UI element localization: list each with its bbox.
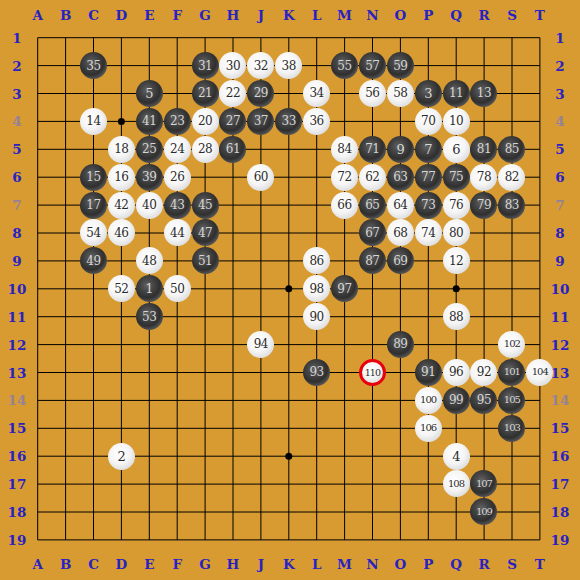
- stone-F10-white-50: 50: [164, 275, 191, 302]
- stone-S5-black-85: 85: [498, 136, 525, 163]
- row-label-right-7: 7: [555, 197, 564, 213]
- move-number: 80: [449, 227, 463, 239]
- stone-S6-white-82: 82: [498, 164, 525, 191]
- move-number: 32: [254, 60, 268, 72]
- move-number: 69: [393, 255, 407, 267]
- stone-D8-white-46: 46: [108, 219, 135, 246]
- move-number: 78: [477, 171, 491, 183]
- stone-N6-white-62: 62: [359, 164, 386, 191]
- column-label-top-P: P: [423, 7, 433, 23]
- row-label-left-1: 1: [12, 30, 21, 46]
- row-label-left-6: 6: [12, 169, 21, 185]
- stone-S13-black-101: 101: [498, 359, 525, 386]
- stone-J3-black-29: 29: [247, 80, 274, 107]
- move-number: 41: [142, 115, 156, 127]
- column-label-bottom-T: T: [535, 556, 545, 572]
- move-number: 61: [226, 143, 240, 155]
- move-number: 59: [393, 60, 407, 72]
- move-number: 47: [198, 227, 212, 239]
- stone-G8-black-47: 47: [192, 219, 219, 246]
- move-number: 66: [337, 199, 351, 211]
- stone-P13-black-91: 91: [415, 359, 442, 386]
- move-number: 90: [309, 311, 323, 323]
- move-number: 5: [145, 87, 153, 100]
- stone-R6-white-78: 78: [470, 164, 497, 191]
- move-number: 29: [254, 87, 268, 99]
- stone-C6-black-15: 15: [80, 164, 107, 191]
- stone-Q14-black-99: 99: [443, 387, 470, 414]
- column-label-bottom-R: R: [478, 556, 489, 572]
- stone-L4-white-36: 36: [303, 108, 330, 135]
- move-number: 4: [452, 450, 460, 463]
- move-number: 76: [449, 199, 463, 211]
- row-label-right-9: 9: [555, 253, 564, 269]
- move-number: 91: [421, 366, 435, 378]
- stone-E9-white-48: 48: [136, 247, 163, 274]
- stone-S7-black-83: 83: [498, 192, 525, 219]
- column-label-top-F: F: [172, 7, 182, 23]
- stone-G4-white-20: 20: [192, 108, 219, 135]
- row-label-right-5: 5: [555, 141, 564, 157]
- stone-E4-black-41: 41: [136, 108, 163, 135]
- move-number: 81: [477, 143, 491, 155]
- move-number: 101: [504, 367, 520, 377]
- move-number: 103: [504, 423, 520, 433]
- move-number: 3: [424, 87, 432, 100]
- stone-O12-black-89: 89: [387, 331, 414, 358]
- stone-Q13-white-96: 96: [443, 359, 470, 386]
- stone-H5-black-61: 61: [219, 136, 246, 163]
- move-number: 56: [365, 87, 379, 99]
- move-number: 107: [476, 479, 492, 489]
- move-number: 99: [449, 394, 463, 406]
- move-number: 12: [449, 255, 463, 267]
- row-label-left-4: 4: [12, 113, 21, 129]
- move-number: 48: [142, 255, 156, 267]
- column-label-bottom-C: C: [88, 556, 99, 572]
- move-number: 30: [226, 60, 240, 72]
- move-number: 58: [393, 87, 407, 99]
- stone-J12-white-94: 94: [247, 331, 274, 358]
- move-number: 86: [309, 255, 323, 267]
- move-number: 82: [505, 171, 519, 183]
- column-label-bottom-E: E: [144, 556, 154, 572]
- stone-T13-white-104: 104: [526, 359, 553, 386]
- stone-M2-black-55: 55: [331, 52, 358, 79]
- stone-D5-white-18: 18: [108, 136, 135, 163]
- stone-Q5-white-6: 6: [443, 136, 470, 163]
- move-number: 63: [393, 171, 407, 183]
- stone-Q8-white-80: 80: [443, 219, 470, 246]
- column-label-bottom-O: O: [395, 556, 407, 572]
- stone-F4-black-23: 23: [164, 108, 191, 135]
- stone-P15-white-106: 106: [415, 415, 442, 442]
- move-number: 49: [86, 255, 100, 267]
- move-number: 40: [142, 199, 156, 211]
- stone-N2-black-57: 57: [359, 52, 386, 79]
- move-number: 74: [421, 227, 435, 239]
- move-number: 95: [477, 394, 491, 406]
- stone-J4-black-37: 37: [247, 108, 274, 135]
- move-number: 34: [309, 87, 323, 99]
- column-label-top-E: E: [144, 7, 154, 23]
- column-label-top-G: G: [199, 7, 211, 23]
- stone-N7-black-65: 65: [359, 192, 386, 219]
- move-number: 108: [448, 479, 464, 489]
- move-number: 68: [393, 227, 407, 239]
- move-number: 39: [142, 171, 156, 183]
- move-number: 87: [365, 255, 379, 267]
- move-number: 43: [170, 199, 184, 211]
- move-number: 28: [198, 143, 212, 155]
- move-number: 92: [477, 366, 491, 378]
- stone-N9-black-87: 87: [359, 247, 386, 274]
- move-number: 54: [86, 227, 100, 239]
- row-label-right-2: 2: [555, 58, 564, 74]
- column-label-top-O: O: [395, 7, 407, 23]
- stone-K2-white-38: 38: [275, 52, 302, 79]
- stone-R7-black-79: 79: [470, 192, 497, 219]
- stone-Q4-white-10: 10: [443, 108, 470, 135]
- move-number: 36: [309, 115, 323, 127]
- stone-L9-white-86: 86: [303, 247, 330, 274]
- move-number: 98: [309, 283, 323, 295]
- move-number: 46: [114, 227, 128, 239]
- stone-S15-black-103: 103: [498, 415, 525, 442]
- move-number: 100: [420, 395, 436, 405]
- move-number: 24: [170, 143, 184, 155]
- move-number: 23: [170, 115, 184, 127]
- move-number: 77: [421, 171, 435, 183]
- move-number: 6: [452, 143, 460, 156]
- stone-P4-white-70: 70: [415, 108, 442, 135]
- move-number: 10: [449, 115, 463, 127]
- row-label-left-9: 9: [12, 253, 21, 269]
- move-number: 15: [86, 171, 100, 183]
- stone-C8-white-54: 54: [80, 219, 107, 246]
- stone-R3-black-13: 13: [470, 80, 497, 107]
- move-number: 73: [421, 199, 435, 211]
- move-number: 35: [86, 60, 100, 72]
- stone-E10-black-1: 1: [136, 275, 163, 302]
- column-label-top-T: T: [535, 7, 545, 23]
- column-label-bottom-L: L: [312, 556, 322, 572]
- stone-G9-black-51: 51: [192, 247, 219, 274]
- move-number: 21: [198, 87, 212, 99]
- stone-O2-black-59: 59: [387, 52, 414, 79]
- column-label-top-N: N: [366, 7, 378, 23]
- move-number: 44: [170, 227, 184, 239]
- move-number: 64: [393, 199, 407, 211]
- column-label-top-D: D: [116, 7, 128, 23]
- move-number: 67: [365, 227, 379, 239]
- column-label-top-R: R: [478, 7, 489, 23]
- move-number: 71: [365, 143, 379, 155]
- stone-F7-black-43: 43: [164, 192, 191, 219]
- stone-L11-white-90: 90: [303, 303, 330, 330]
- stone-J6-white-60: 60: [247, 164, 274, 191]
- stone-K4-black-33: 33: [275, 108, 302, 135]
- move-number: 18: [114, 143, 128, 155]
- stone-G2-black-31: 31: [192, 52, 219, 79]
- move-number: 2: [117, 450, 125, 463]
- column-label-top-Q: Q: [450, 7, 462, 23]
- stone-P3-black-3: 3: [415, 80, 442, 107]
- stone-E3-black-5: 5: [136, 80, 163, 107]
- stone-Q17-white-108: 108: [443, 470, 470, 497]
- move-number: 42: [114, 199, 128, 211]
- stone-F8-white-44: 44: [164, 219, 191, 246]
- move-number: 60: [254, 171, 268, 183]
- row-label-left-7: 7: [12, 197, 21, 213]
- stone-Q16-white-4: 4: [443, 443, 470, 470]
- column-label-top-B: B: [60, 7, 71, 23]
- row-label-right-1: 1: [555, 30, 564, 46]
- stone-D7-white-42: 42: [108, 192, 135, 219]
- column-label-top-L: L: [312, 7, 322, 23]
- move-number: 9: [396, 143, 404, 156]
- stone-L13-black-93: 93: [303, 359, 330, 386]
- move-number: 83: [505, 199, 519, 211]
- move-number: 25: [142, 143, 156, 155]
- column-label-top-K: K: [283, 7, 295, 23]
- move-number: 102: [504, 339, 520, 349]
- stone-H3-white-22: 22: [219, 80, 246, 107]
- row-label-left-2: 2: [12, 58, 21, 74]
- move-number: 104: [532, 367, 548, 377]
- column-label-bottom-J: J: [258, 556, 264, 572]
- stone-R5-black-81: 81: [470, 136, 497, 163]
- stone-C7-black-17: 17: [80, 192, 107, 219]
- move-number: 79: [477, 199, 491, 211]
- stone-M10-black-97: 97: [331, 275, 358, 302]
- column-label-bottom-F: F: [172, 556, 182, 572]
- move-number: 17: [86, 199, 100, 211]
- stone-O6-black-63: 63: [387, 164, 414, 191]
- move-number: 50: [170, 283, 184, 295]
- stone-C4-white-14: 14: [80, 108, 107, 135]
- move-number: 11: [449, 87, 463, 99]
- row-label-right-8: 8: [555, 225, 564, 241]
- column-label-bottom-G: G: [199, 556, 211, 572]
- stone-S12-white-102: 102: [498, 331, 525, 358]
- column-label-bottom-N: N: [366, 556, 378, 572]
- column-label-bottom-H: H: [227, 556, 240, 572]
- move-number: 26: [170, 171, 184, 183]
- move-number: 20: [198, 115, 212, 127]
- stone-O9-black-69: 69: [387, 247, 414, 274]
- stone-P7-black-73: 73: [415, 192, 442, 219]
- move-number: 93: [309, 366, 323, 378]
- move-number: 88: [449, 311, 463, 323]
- stone-P8-white-74: 74: [415, 219, 442, 246]
- stone-G7-black-45: 45: [192, 192, 219, 219]
- stone-P14-white-100: 100: [415, 387, 442, 414]
- move-number: 31: [198, 60, 212, 72]
- stone-S14-black-105: 105: [498, 387, 525, 414]
- row-label-left-8: 8: [12, 225, 21, 241]
- column-label-bottom-B: B: [60, 556, 71, 572]
- move-number: 37: [254, 115, 268, 127]
- stone-E11-black-53: 53: [136, 303, 163, 330]
- row-label-left-3: 3: [12, 86, 21, 102]
- stone-P6-black-77: 77: [415, 164, 442, 191]
- stone-F6-white-26: 26: [164, 164, 191, 191]
- move-number: 14: [86, 115, 100, 127]
- row-label-right-3: 3: [555, 86, 564, 102]
- stone-R13-white-92: 92: [470, 359, 497, 386]
- move-number: 27: [226, 115, 240, 127]
- stone-D16-white-2: 2: [108, 443, 135, 470]
- column-label-bottom-A: A: [32, 556, 42, 572]
- stone-O8-white-68: 68: [387, 219, 414, 246]
- column-label-top-M: M: [337, 7, 352, 23]
- move-number: 7: [424, 143, 432, 156]
- column-label-bottom-K: K: [283, 556, 295, 572]
- stone-Q6-black-75: 75: [443, 164, 470, 191]
- stone-H4-black-27: 27: [219, 108, 246, 135]
- move-number: 89: [393, 338, 407, 350]
- stone-M5-white-84: 84: [331, 136, 358, 163]
- stone-M6-white-72: 72: [331, 164, 358, 191]
- move-number: 13: [477, 87, 491, 99]
- move-number: 1: [145, 282, 153, 295]
- move-number: 72: [337, 171, 351, 183]
- move-number: 55: [337, 60, 351, 72]
- move-number: 84: [337, 143, 351, 155]
- stone-E5-black-25: 25: [136, 136, 163, 163]
- move-number: 97: [337, 283, 351, 295]
- stone-grid[interactable]: 1234567910111213141516171820212223242526…: [24, 24, 554, 554]
- stone-Q11-white-88: 88: [443, 303, 470, 330]
- move-number: 110: [365, 368, 380, 378]
- column-label-bottom-M: M: [337, 556, 352, 572]
- move-number: 106: [420, 423, 436, 433]
- stone-D6-white-16: 16: [108, 164, 135, 191]
- column-label-bottom-D: D: [116, 556, 128, 572]
- stone-L10-white-98: 98: [303, 275, 330, 302]
- row-label-right-6: 6: [555, 169, 564, 185]
- stone-O7-white-64: 64: [387, 192, 414, 219]
- stone-D10-white-52: 52: [108, 275, 135, 302]
- stone-G3-black-21: 21: [192, 80, 219, 107]
- row-label-right-4: 4: [555, 113, 564, 129]
- column-label-bottom-Q: Q: [450, 556, 462, 572]
- move-number: 52: [114, 283, 128, 295]
- move-number: 65: [365, 199, 379, 211]
- stone-H2-white-30: 30: [219, 52, 246, 79]
- stone-E6-black-39: 39: [136, 164, 163, 191]
- column-label-top-J: J: [258, 7, 264, 23]
- move-number: 53: [142, 311, 156, 323]
- move-number: 96: [449, 366, 463, 378]
- go-board[interactable]: AABBCCDDEEFFGGHHJJKKLLMMNNOOPPQQRRSSTT11…: [0, 0, 580, 580]
- column-label-bottom-S: S: [507, 556, 517, 572]
- column-label-top-S: S: [507, 7, 517, 23]
- column-label-top-A: A: [32, 7, 42, 23]
- stone-N3-white-56: 56: [359, 80, 386, 107]
- stone-C9-black-49: 49: [80, 247, 107, 274]
- stone-N8-black-67: 67: [359, 219, 386, 246]
- stone-N13-white-110: 110: [359, 359, 386, 386]
- row-label-left-5: 5: [12, 141, 21, 157]
- column-label-top-H: H: [227, 7, 240, 23]
- move-number: 38: [282, 60, 296, 72]
- stone-J2-white-32: 32: [247, 52, 274, 79]
- move-number: 51: [198, 255, 212, 267]
- move-number: 85: [505, 143, 519, 155]
- move-number: 109: [476, 507, 492, 517]
- move-number: 16: [114, 171, 128, 183]
- move-number: 62: [365, 171, 379, 183]
- stone-O5-black-9: 9: [387, 136, 414, 163]
- stone-M7-white-66: 66: [331, 192, 358, 219]
- stone-P5-black-7: 7: [415, 136, 442, 163]
- stone-F5-white-24: 24: [164, 136, 191, 163]
- stone-L3-white-34: 34: [303, 80, 330, 107]
- move-number: 22: [226, 87, 240, 99]
- move-number: 105: [504, 395, 520, 405]
- move-number: 94: [254, 338, 268, 350]
- stone-R17-black-107: 107: [470, 470, 497, 497]
- move-number: 57: [365, 60, 379, 72]
- stone-Q7-white-76: 76: [443, 192, 470, 219]
- move-number: 45: [198, 199, 212, 211]
- move-number: 75: [449, 171, 463, 183]
- stone-O3-white-58: 58: [387, 80, 414, 107]
- stone-R18-black-109: 109: [470, 498, 497, 525]
- column-label-top-C: C: [88, 7, 99, 23]
- stone-N5-black-71: 71: [359, 136, 386, 163]
- stone-Q3-black-11: 11: [443, 80, 470, 107]
- stone-E7-white-40: 40: [136, 192, 163, 219]
- stone-C2-black-35: 35: [80, 52, 107, 79]
- column-label-bottom-P: P: [423, 556, 433, 572]
- move-number: 33: [282, 115, 296, 127]
- stone-Q9-white-12: 12: [443, 247, 470, 274]
- stone-G5-white-28: 28: [192, 136, 219, 163]
- stone-R14-black-95: 95: [470, 387, 497, 414]
- move-number: 70: [421, 115, 435, 127]
